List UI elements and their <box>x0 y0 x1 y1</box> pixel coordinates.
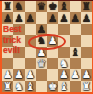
square-h3[interactable] <box>81 58 92 69</box>
square-f4[interactable] <box>58 47 69 58</box>
square-h8[interactable]: ♜ <box>81 1 92 12</box>
square-c1[interactable]: ♝ <box>25 81 36 92</box>
black-queen: ♛ <box>36 1 47 12</box>
square-b1[interactable]: ♞ <box>13 81 24 92</box>
square-a7[interactable]: ♟ <box>2 12 13 23</box>
white-queen: ♛ <box>36 58 47 69</box>
square-a3[interactable] <box>2 58 13 69</box>
square-g8[interactable] <box>70 1 81 12</box>
square-a8[interactable]: ♜ <box>2 1 13 12</box>
square-f7[interactable]: ♟ <box>58 12 69 23</box>
square-b8[interactable]: ♞ <box>13 1 24 12</box>
white-pawn: ♟ <box>13 69 24 80</box>
square-b7[interactable]: ♟ <box>13 12 24 23</box>
black-bishop: ♝ <box>70 47 81 58</box>
black-pawn: ♟ <box>2 12 13 23</box>
white-rook: ♜ <box>81 81 92 92</box>
square-c8[interactable] <box>25 1 36 12</box>
caption-line-2: trick <box>3 35 21 45</box>
white-pawn: ♟ <box>25 69 36 80</box>
square-f8[interactable]: ♝ <box>58 1 69 12</box>
black-pawn: ♟ <box>58 12 69 23</box>
square-e7[interactable]: ♟ <box>47 12 58 23</box>
square-f6[interactable] <box>58 24 69 35</box>
square-e8[interactable]: ♚ <box>47 1 58 12</box>
square-c6[interactable] <box>25 24 36 35</box>
black-rook: ♜ <box>2 1 13 12</box>
square-h6[interactable] <box>81 24 92 35</box>
black-pawn: ♟ <box>13 12 24 23</box>
square-h4[interactable] <box>81 47 92 58</box>
square-h7[interactable]: ♟ <box>81 12 92 23</box>
black-pawn: ♟ <box>47 12 58 23</box>
black-rook: ♜ <box>81 1 92 12</box>
square-b3[interactable] <box>13 58 24 69</box>
square-a1[interactable]: ♜ <box>2 81 13 92</box>
square-g5[interactable] <box>70 35 81 46</box>
square-f2[interactable]: ♟ <box>58 69 69 80</box>
white-knight: ♞ <box>58 58 69 69</box>
square-f3[interactable]: ♞ <box>58 58 69 69</box>
square-h5[interactable] <box>81 35 92 46</box>
black-bishop: ♝ <box>58 1 69 12</box>
white-pawn: ♟ <box>58 69 69 80</box>
square-d2[interactable] <box>36 69 47 80</box>
square-g6[interactable] <box>70 24 81 35</box>
white-pawn: ♟ <box>2 69 13 80</box>
square-g2[interactable]: ♟ <box>70 69 81 80</box>
black-pawn: ♟ <box>25 12 36 23</box>
white-bishop: ♝ <box>58 81 69 92</box>
square-d7[interactable] <box>36 12 47 23</box>
white-pawn: ♟ <box>70 69 81 80</box>
square-h1[interactable]: ♜ <box>81 81 92 92</box>
white-king: ♚ <box>47 81 58 92</box>
black-pawn: ♟ <box>70 12 81 23</box>
square-c2[interactable]: ♟ <box>25 69 36 80</box>
white-rook: ♜ <box>2 81 13 92</box>
square-b2[interactable]: ♟ <box>13 69 24 80</box>
square-c3[interactable] <box>25 58 36 69</box>
square-e3[interactable] <box>47 58 58 69</box>
black-knight: ♞ <box>13 1 24 12</box>
chess-board-screenshot: ♜♞♛♚♝♜♟♟♟♟♟♟♟♟♞♟♟♝♛♞♟♟♟♟♟♟♜♞♝♚♝♜ Best tr… <box>0 0 93 94</box>
square-g4[interactable]: ♝ <box>70 47 81 58</box>
square-d3[interactable]: ♛ <box>36 58 47 69</box>
white-bishop: ♝ <box>25 81 36 92</box>
square-g1[interactable] <box>70 81 81 92</box>
caption-line-1: Best <box>3 24 21 34</box>
black-pawn: ♟ <box>81 12 92 23</box>
square-e2[interactable] <box>47 69 58 80</box>
square-d8[interactable]: ♛ <box>36 1 47 12</box>
square-h2[interactable]: ♟ <box>81 69 92 80</box>
square-a2[interactable]: ♟ <box>2 69 13 80</box>
white-pawn: ♟ <box>81 69 92 80</box>
square-d1[interactable] <box>36 81 47 92</box>
black-king: ♚ <box>47 1 58 12</box>
square-f1[interactable]: ♝ <box>58 81 69 92</box>
white-knight: ♞ <box>13 81 24 92</box>
square-g3[interactable] <box>70 58 81 69</box>
square-g7[interactable]: ♟ <box>70 12 81 23</box>
caption-line-3: evil! <box>3 45 20 55</box>
square-e1[interactable]: ♚ <box>47 81 58 92</box>
square-c7[interactable]: ♟ <box>25 12 36 23</box>
